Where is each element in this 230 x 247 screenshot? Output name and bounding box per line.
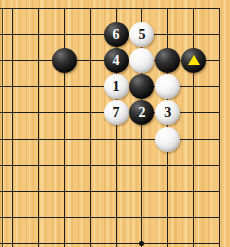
board-left-edge-line: [2, 8, 3, 247]
grid-vertical-line: [38, 8, 39, 247]
stone-white-move-7: 7: [104, 100, 129, 125]
grid-horizontal-line: [0, 8, 220, 9]
grid-vertical-line: [12, 8, 13, 247]
stone-number: 5: [138, 27, 145, 42]
grid-vertical-line: [64, 8, 65, 247]
stone-black: [52, 48, 77, 73]
grid-horizontal-line: [0, 191, 220, 192]
stone-number: 6: [113, 27, 120, 42]
grid-horizontal-line: [0, 243, 220, 244]
stone-white-move-5: 5: [129, 22, 154, 47]
stone-white-move-1: 1: [104, 74, 129, 99]
stone-black-move-6: 6: [104, 22, 129, 47]
stone-number: 2: [138, 105, 145, 120]
triangle-marker-icon: [188, 55, 200, 65]
stone-black-move-2: 2: [129, 100, 154, 125]
stone-white: [155, 127, 180, 152]
go-board[interactable]: 6541723: [0, 0, 230, 247]
grid-vertical-line: [193, 8, 194, 247]
stone-number: 1: [113, 79, 120, 94]
stone-black: [129, 74, 154, 99]
grid-horizontal-line: [0, 139, 220, 140]
stone-black: [155, 48, 180, 73]
grid-vertical-line: [90, 8, 91, 247]
grid-horizontal-line: [0, 165, 220, 166]
stone-number: 7: [113, 105, 120, 120]
stone-black-move-4: 4: [104, 48, 129, 73]
grid-horizontal-line: [0, 217, 220, 218]
stone-black-triangle: [181, 48, 206, 73]
stone-white-move-3: 3: [155, 100, 180, 125]
stone-white: [129, 48, 154, 73]
stone-number: 4: [113, 53, 120, 68]
grid-vertical-line: [219, 8, 220, 247]
stone-number: 3: [164, 105, 171, 120]
star-point: [139, 241, 144, 246]
stone-white: [155, 74, 180, 99]
